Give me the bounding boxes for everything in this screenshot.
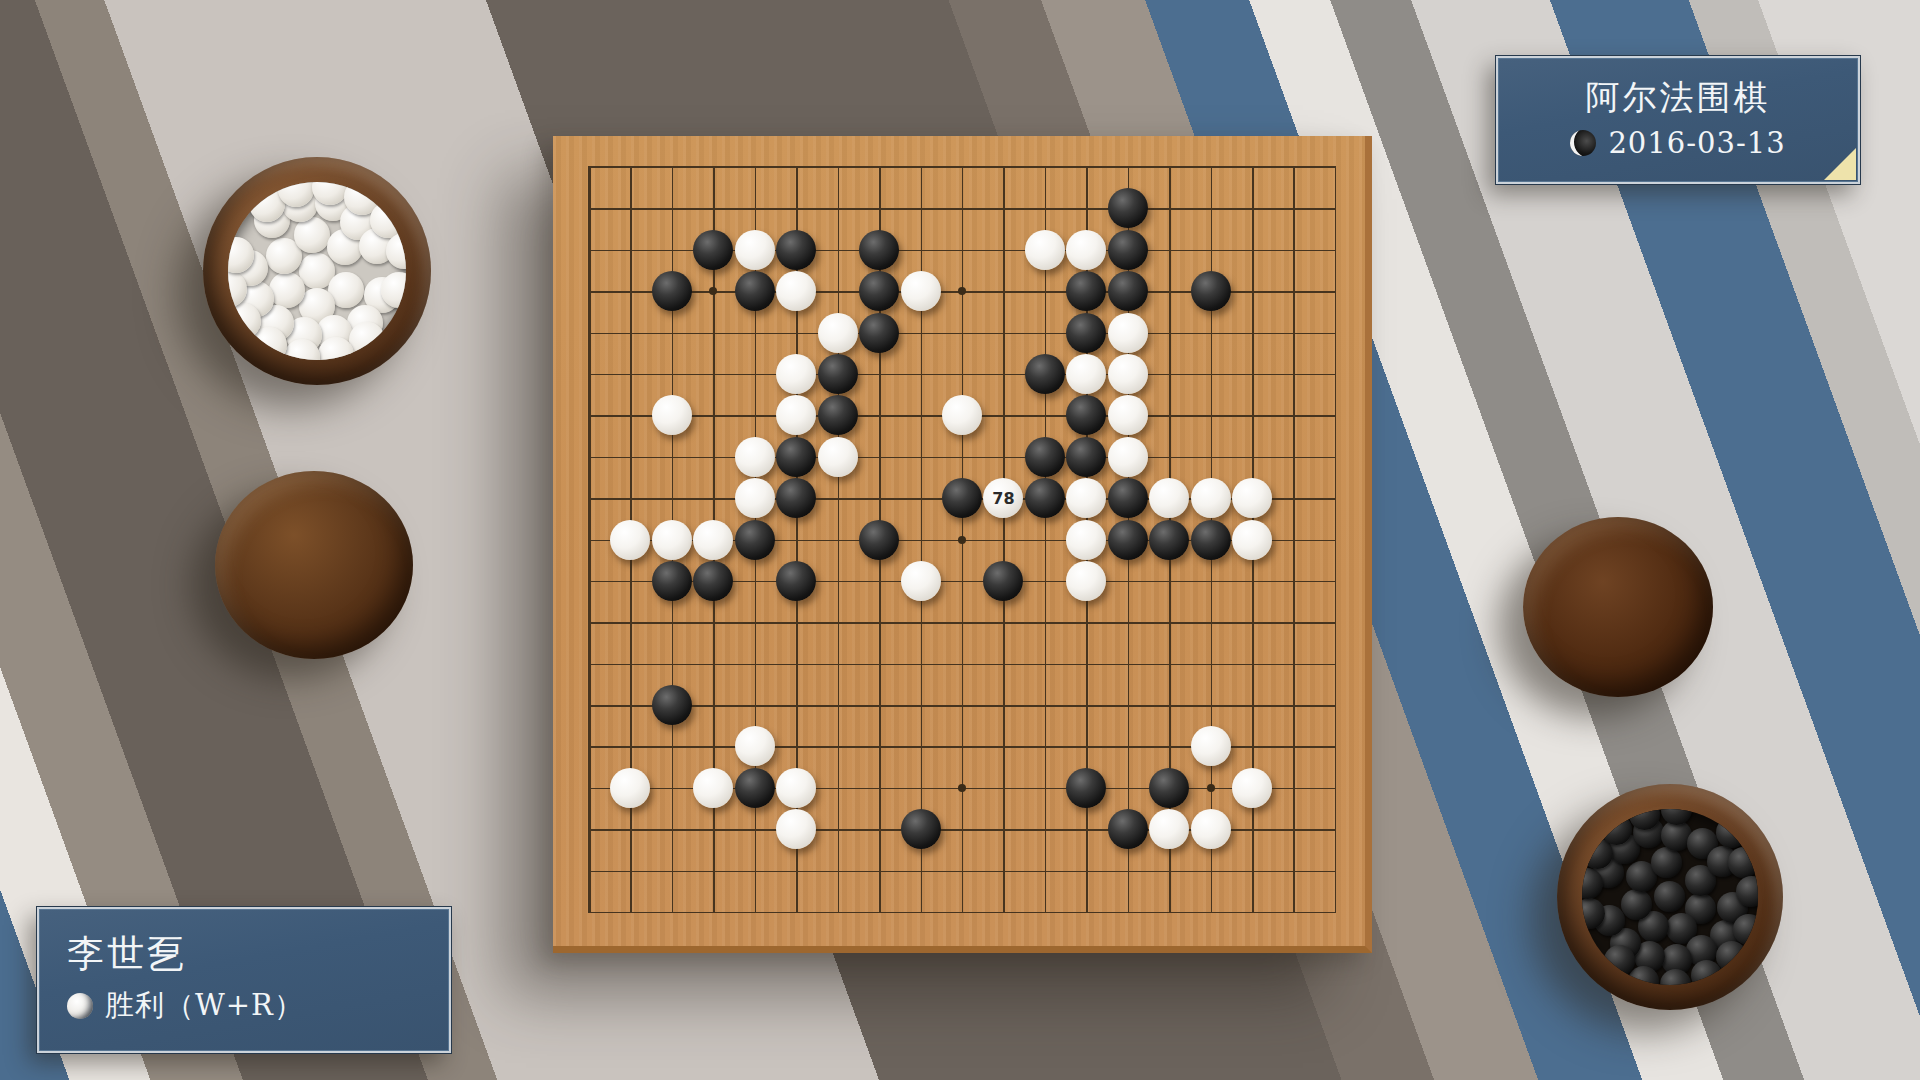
white-stone	[1232, 520, 1272, 560]
move-78-stone: 78	[983, 478, 1023, 518]
black-stone	[776, 561, 816, 601]
bowl-stone	[1736, 876, 1758, 907]
black-stone	[1149, 768, 1189, 808]
black-stone	[1066, 437, 1106, 477]
white-stone	[1066, 230, 1106, 270]
black-stone	[735, 271, 775, 311]
black-stone	[1108, 188, 1148, 228]
black-stone	[1108, 230, 1148, 270]
white-stone	[776, 354, 816, 394]
bowl-stone	[1654, 881, 1685, 912]
black-stone	[1066, 768, 1106, 808]
white-stone-icon	[67, 993, 93, 1019]
bowl-stone	[1661, 809, 1692, 825]
white-stone	[693, 520, 733, 560]
black-stone	[1025, 478, 1065, 518]
black-stone	[818, 354, 858, 394]
black-stone	[735, 768, 775, 808]
bowl-stone	[1728, 847, 1758, 878]
bowl-stone	[1691, 960, 1722, 985]
star-point	[709, 287, 717, 295]
bowl-stone	[370, 202, 406, 238]
black-stone	[776, 230, 816, 270]
star-point	[958, 784, 966, 792]
white-stone	[1108, 313, 1148, 353]
white-stone	[942, 395, 982, 435]
bowl-stone	[1660, 969, 1691, 985]
black-stone	[1066, 271, 1106, 311]
black-stone	[1191, 520, 1231, 560]
bowl-lid-right	[1523, 517, 1713, 697]
star-point	[1207, 784, 1215, 792]
black-stone	[942, 478, 982, 518]
white-stone	[901, 561, 941, 601]
white-stone	[652, 520, 692, 560]
game-result: 胜利（W+R）	[105, 986, 304, 1026]
white-stone-bowl	[203, 157, 431, 385]
white-stone	[1108, 437, 1148, 477]
bowl-stone	[349, 322, 385, 358]
black-stone	[1025, 437, 1065, 477]
white-stone	[1025, 230, 1065, 270]
white-stone	[735, 437, 775, 477]
game-date: 2016-03-13	[1608, 126, 1785, 160]
white-stone	[610, 520, 650, 560]
white-stone	[818, 313, 858, 353]
black-stone	[652, 561, 692, 601]
black-stone	[1108, 478, 1148, 518]
white-stone	[735, 230, 775, 270]
white-stone	[1108, 354, 1148, 394]
black-stone	[1149, 520, 1189, 560]
bowl-stone	[1604, 945, 1635, 976]
black-stone	[859, 520, 899, 560]
white-stone	[1066, 354, 1106, 394]
white-stone	[1232, 768, 1272, 808]
white-stone	[1066, 478, 1106, 518]
black-stone	[983, 561, 1023, 601]
white-stone	[1232, 478, 1272, 518]
white-stone	[776, 809, 816, 849]
white-stone	[1149, 809, 1189, 849]
black-stone	[1066, 395, 1106, 435]
black-stone	[901, 809, 941, 849]
black-stone	[1108, 271, 1148, 311]
white-stone	[776, 395, 816, 435]
black-stones-heap	[1582, 809, 1758, 985]
white-stone	[1191, 809, 1231, 849]
black-stone	[1108, 809, 1148, 849]
black-stone	[1191, 271, 1231, 311]
bowl-stone	[1621, 889, 1652, 920]
black-stone	[859, 230, 899, 270]
black-stone	[1108, 520, 1148, 560]
folded-corner-decoration	[1824, 148, 1856, 180]
white-stones-heap	[228, 182, 406, 360]
lee-sedol-panel: 李世乭 胜利（W+R）	[37, 907, 451, 1053]
white-stone	[776, 271, 816, 311]
black-stone	[652, 271, 692, 311]
black-stone	[652, 685, 692, 725]
white-stone	[610, 768, 650, 808]
white-stone	[693, 768, 733, 808]
bowl-lid-left	[215, 471, 413, 659]
white-stone	[818, 437, 858, 477]
white-stone	[1066, 561, 1106, 601]
bowl-stone	[1716, 941, 1747, 972]
white-stone	[776, 768, 816, 808]
star-point	[958, 287, 966, 295]
black-stone	[859, 313, 899, 353]
white-stone	[1191, 478, 1231, 518]
black-stone	[693, 561, 733, 601]
screenshot-root: { "game": "go", "event": { "title": "阿尔法…	[0, 0, 1920, 1080]
white-stone	[1108, 395, 1148, 435]
black-stone	[776, 478, 816, 518]
black-stone	[693, 230, 733, 270]
white-stone	[1149, 478, 1189, 518]
bowl-stone	[294, 217, 330, 253]
white-stone	[652, 395, 692, 435]
bowl-stone	[1651, 847, 1682, 878]
alphago-title: 阿尔法围棋	[1586, 80, 1771, 114]
white-stone	[1191, 726, 1231, 766]
black-stone	[735, 520, 775, 560]
black-stone-bowl	[1557, 784, 1783, 1010]
go-grid: 78	[588, 166, 1336, 913]
white-stone	[1066, 520, 1106, 560]
black-stone	[1025, 354, 1065, 394]
black-stone-icon	[1570, 130, 1596, 156]
bowl-stone	[1716, 817, 1747, 848]
black-stone	[818, 395, 858, 435]
star-point	[958, 536, 966, 544]
go-board: 78	[553, 136, 1372, 953]
player-name: 李世乭	[67, 935, 449, 972]
black-stone	[776, 437, 816, 477]
move-number-label: 78	[983, 478, 1023, 518]
white-stone	[735, 726, 775, 766]
white-stone	[735, 478, 775, 518]
black-stone	[859, 271, 899, 311]
white-stone	[901, 271, 941, 311]
alphago-panel: 阿尔法围棋 2016-03-13	[1496, 56, 1860, 184]
black-stone	[1066, 313, 1106, 353]
